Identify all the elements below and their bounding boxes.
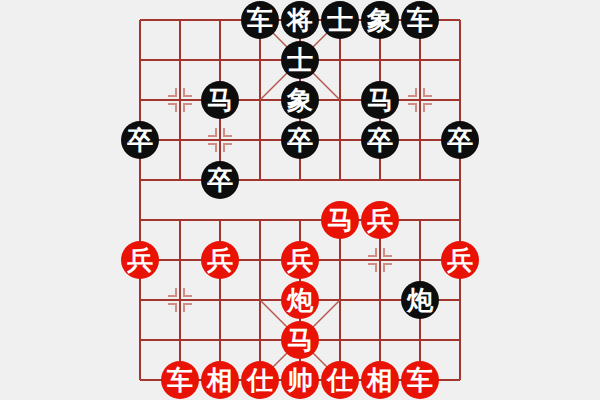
piece-red-chariot[interactable]: 车 [401,361,439,399]
piece-red-soldier[interactable]: 兵 [281,241,319,279]
piece-red-elephant[interactable]: 相 [361,361,399,399]
piece-red-soldier[interactable]: 兵 [121,241,159,279]
piece-black-soldier[interactable]: 卒 [201,161,239,199]
piece-red-horse[interactable]: 马 [281,321,319,359]
piece-black-soldier[interactable]: 卒 [361,121,399,159]
pieces-layer: 车将士象车士马象马卒卒卒卒卒炮马兵兵兵兵兵炮马车相仕帅仕相车 [0,0,600,400]
piece-red-soldier[interactable]: 兵 [441,241,479,279]
piece-red-elephant[interactable]: 相 [201,361,239,399]
piece-red-general[interactable]: 帅 [281,361,319,399]
piece-red-soldier[interactable]: 兵 [361,201,399,239]
piece-black-advisor[interactable]: 士 [281,41,319,79]
piece-red-soldier[interactable]: 兵 [201,241,239,279]
xiangqi-board: 车将士象车士马象马卒卒卒卒卒炮马兵兵兵兵兵炮马车相仕帅仕相车 [0,0,600,400]
piece-red-chariot[interactable]: 车 [161,361,199,399]
piece-red-advisor[interactable]: 仕 [241,361,279,399]
piece-red-horse[interactable]: 马 [321,201,359,239]
piece-black-elephant[interactable]: 象 [281,81,319,119]
piece-black-general[interactable]: 将 [281,1,319,39]
piece-red-advisor[interactable]: 仕 [321,361,359,399]
piece-black-chariot[interactable]: 车 [401,1,439,39]
xiangqi-app: 车将士象车士马象马卒卒卒卒卒炮马兵兵兵兵兵炮马车相仕帅仕相车 [0,0,600,400]
piece-black-horse[interactable]: 马 [201,81,239,119]
piece-red-cannon[interactable]: 炮 [281,281,319,319]
piece-black-cannon[interactable]: 炮 [401,281,439,319]
piece-black-advisor[interactable]: 士 [321,1,359,39]
piece-black-elephant[interactable]: 象 [361,1,399,39]
piece-black-horse[interactable]: 马 [361,81,399,119]
piece-black-soldier[interactable]: 卒 [441,121,479,159]
piece-black-soldier[interactable]: 卒 [121,121,159,159]
piece-black-chariot[interactable]: 车 [241,1,279,39]
piece-black-soldier[interactable]: 卒 [281,121,319,159]
